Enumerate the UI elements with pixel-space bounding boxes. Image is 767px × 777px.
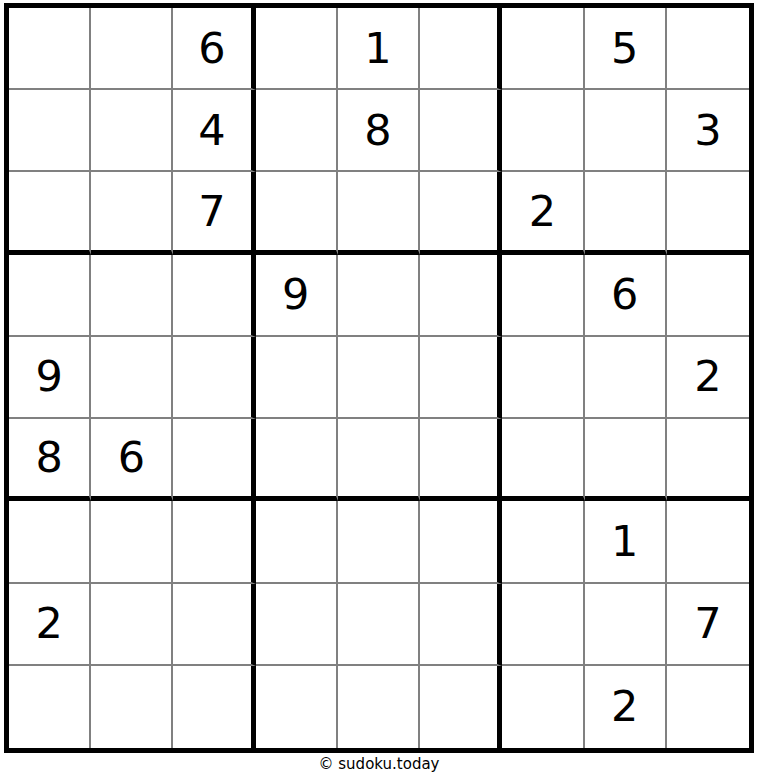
cell-r1c6[interactable] bbox=[420, 8, 502, 90]
cell-r3c7-given: 2 bbox=[502, 172, 584, 254]
cell-r3c8[interactable] bbox=[585, 172, 667, 254]
cell-r1c4[interactable] bbox=[256, 8, 338, 90]
cell-r6c4[interactable] bbox=[256, 419, 338, 501]
cell-r3c2[interactable] bbox=[91, 172, 173, 254]
cell-r5c2[interactable] bbox=[91, 337, 173, 419]
cell-r8c5[interactable] bbox=[338, 584, 420, 666]
cell-r5c1-given: 9 bbox=[9, 337, 91, 419]
copyright-text: © sudoku.today bbox=[4, 755, 754, 773]
cell-r9c9[interactable] bbox=[667, 666, 749, 748]
cell-r3c5[interactable] bbox=[338, 172, 420, 254]
cell-r5c5[interactable] bbox=[338, 337, 420, 419]
cell-r3c9[interactable] bbox=[667, 172, 749, 254]
cell-r7c8-given: 1 bbox=[585, 501, 667, 583]
cell-r6c7[interactable] bbox=[502, 419, 584, 501]
cell-r4c4-given: 9 bbox=[256, 255, 338, 337]
cell-r8c4[interactable] bbox=[256, 584, 338, 666]
cell-r4c7[interactable] bbox=[502, 255, 584, 337]
cell-r7c1[interactable] bbox=[9, 501, 91, 583]
cell-r4c3[interactable] bbox=[173, 255, 255, 337]
cell-r6c1-given: 8 bbox=[9, 419, 91, 501]
cell-r5c9-given: 2 bbox=[667, 337, 749, 419]
cell-r2c6[interactable] bbox=[420, 90, 502, 172]
cell-r6c3[interactable] bbox=[173, 419, 255, 501]
cell-r7c7[interactable] bbox=[502, 501, 584, 583]
cell-r1c1[interactable] bbox=[9, 8, 91, 90]
cell-r6c6[interactable] bbox=[420, 419, 502, 501]
cell-r3c1[interactable] bbox=[9, 172, 91, 254]
cell-r3c4[interactable] bbox=[256, 172, 338, 254]
cell-r9c3[interactable] bbox=[173, 666, 255, 748]
cell-r7c6[interactable] bbox=[420, 501, 502, 583]
cell-r9c4[interactable] bbox=[256, 666, 338, 748]
cell-r8c8[interactable] bbox=[585, 584, 667, 666]
cell-r6c2-given: 6 bbox=[91, 419, 173, 501]
cell-r9c8-given: 2 bbox=[585, 666, 667, 748]
cell-r1c9[interactable] bbox=[667, 8, 749, 90]
cell-r1c3-given: 6 bbox=[173, 8, 255, 90]
cell-r9c1[interactable] bbox=[9, 666, 91, 748]
cell-r5c7[interactable] bbox=[502, 337, 584, 419]
cell-r6c8[interactable] bbox=[585, 419, 667, 501]
cell-r4c1[interactable] bbox=[9, 255, 91, 337]
cell-r6c9[interactable] bbox=[667, 419, 749, 501]
cell-r8c9-given: 7 bbox=[667, 584, 749, 666]
cell-r4c2[interactable] bbox=[91, 255, 173, 337]
cell-r5c4[interactable] bbox=[256, 337, 338, 419]
cell-r4c6[interactable] bbox=[420, 255, 502, 337]
cell-r7c3[interactable] bbox=[173, 501, 255, 583]
sudoku-board: 615483729692861272 bbox=[4, 3, 754, 753]
cell-r2c9-given: 3 bbox=[667, 90, 749, 172]
cell-r5c8[interactable] bbox=[585, 337, 667, 419]
cell-r9c7[interactable] bbox=[502, 666, 584, 748]
cell-r9c6[interactable] bbox=[420, 666, 502, 748]
cell-r4c5[interactable] bbox=[338, 255, 420, 337]
cell-r1c2[interactable] bbox=[91, 8, 173, 90]
cell-r1c5-given: 1 bbox=[338, 8, 420, 90]
cell-r8c7[interactable] bbox=[502, 584, 584, 666]
cell-r7c2[interactable] bbox=[91, 501, 173, 583]
cell-r2c1[interactable] bbox=[9, 90, 91, 172]
cell-r9c2[interactable] bbox=[91, 666, 173, 748]
cell-r2c3-given: 4 bbox=[173, 90, 255, 172]
cell-r8c2[interactable] bbox=[91, 584, 173, 666]
cell-r2c7[interactable] bbox=[502, 90, 584, 172]
cell-r4c8-given: 6 bbox=[585, 255, 667, 337]
cell-r3c3-given: 7 bbox=[173, 172, 255, 254]
cell-r7c4[interactable] bbox=[256, 501, 338, 583]
sudoku-page: 615483729692861272 © sudoku.today bbox=[0, 0, 767, 777]
cell-r5c3[interactable] bbox=[173, 337, 255, 419]
cell-r9c5[interactable] bbox=[338, 666, 420, 748]
cell-r4c9[interactable] bbox=[667, 255, 749, 337]
cell-r2c8[interactable] bbox=[585, 90, 667, 172]
cell-r8c1-given: 2 bbox=[9, 584, 91, 666]
cell-r2c2[interactable] bbox=[91, 90, 173, 172]
cell-r3c6[interactable] bbox=[420, 172, 502, 254]
cell-r5c6[interactable] bbox=[420, 337, 502, 419]
cell-r1c8-given: 5 bbox=[585, 8, 667, 90]
cell-r8c6[interactable] bbox=[420, 584, 502, 666]
cell-r1c7[interactable] bbox=[502, 8, 584, 90]
cell-r6c5[interactable] bbox=[338, 419, 420, 501]
cell-r2c5-given: 8 bbox=[338, 90, 420, 172]
cell-r7c9[interactable] bbox=[667, 501, 749, 583]
cell-r7c5[interactable] bbox=[338, 501, 420, 583]
cell-r2c4[interactable] bbox=[256, 90, 338, 172]
cell-r8c3[interactable] bbox=[173, 584, 255, 666]
